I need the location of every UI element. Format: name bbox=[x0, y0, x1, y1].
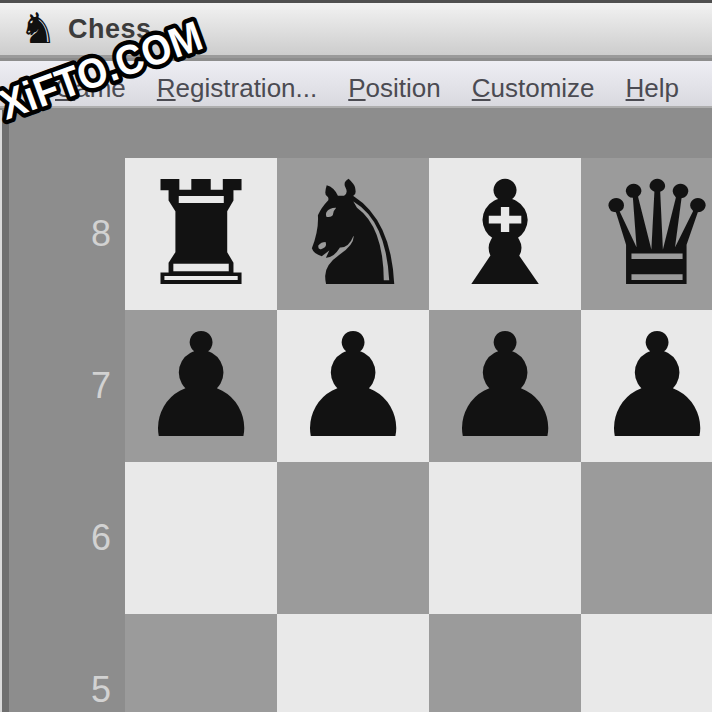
black-pawn-a7[interactable]: ♟ bbox=[136, 310, 265, 462]
window-border bbox=[2, 110, 9, 712]
square-b8[interactable]: ♞ bbox=[277, 158, 429, 310]
square-b5[interactable] bbox=[277, 614, 429, 712]
square-b7[interactable]: ♟ bbox=[277, 310, 429, 462]
menu-item-registration[interactable]: Registration... bbox=[157, 73, 317, 104]
rank-labels: 8765 bbox=[9, 158, 111, 712]
menu-item-position[interactable]: Position bbox=[348, 73, 441, 104]
board-viewport: ♜♞♝♛♟♟♟♟ bbox=[125, 158, 712, 712]
application-window: ♞ Chess GameRegistration...PositionCusto… bbox=[0, 0, 712, 712]
rank-label-7: 7 bbox=[9, 310, 111, 462]
square-c6[interactable] bbox=[429, 462, 581, 614]
square-d7[interactable]: ♟ bbox=[581, 310, 712, 462]
chess-board: ♜♞♝♛♟♟♟♟ bbox=[125, 158, 712, 712]
black-pawn-c7[interactable]: ♟ bbox=[440, 310, 569, 462]
square-d8[interactable]: ♛ bbox=[581, 158, 712, 310]
black-bishop-c8[interactable]: ♝ bbox=[440, 158, 569, 310]
rank-label-5: 5 bbox=[9, 614, 111, 712]
chess-app-icon: ♞ bbox=[16, 4, 60, 54]
square-c5[interactable] bbox=[429, 614, 581, 712]
rank-label-6: 6 bbox=[9, 462, 111, 614]
square-c8[interactable]: ♝ bbox=[429, 158, 581, 310]
window-title: Chess bbox=[68, 14, 152, 45]
menu-item-customize[interactable]: Customize bbox=[472, 73, 595, 104]
square-c7[interactable]: ♟ bbox=[429, 310, 581, 462]
menu-bar: GameRegistration...PositionCustomizeHelp bbox=[0, 61, 712, 108]
square-b6[interactable] bbox=[277, 462, 429, 614]
square-d6[interactable] bbox=[581, 462, 712, 614]
rank-label-8: 8 bbox=[9, 158, 111, 310]
square-a5[interactable] bbox=[125, 614, 277, 712]
black-rook-a8[interactable]: ♜ bbox=[136, 158, 265, 310]
menu-item-game[interactable]: Game bbox=[55, 73, 126, 104]
black-knight-b8[interactable]: ♞ bbox=[288, 158, 417, 310]
menu-item-help[interactable]: Help bbox=[626, 73, 679, 104]
square-a8[interactable]: ♜ bbox=[125, 158, 277, 310]
board-area: 8765 ♜♞♝♛♟♟♟♟ bbox=[0, 110, 712, 712]
title-bar[interactable]: ♞ Chess bbox=[0, 0, 712, 58]
square-d5[interactable] bbox=[581, 614, 712, 712]
black-queen-d8[interactable]: ♛ bbox=[592, 158, 712, 310]
square-a6[interactable] bbox=[125, 462, 277, 614]
black-pawn-d7[interactable]: ♟ bbox=[592, 310, 712, 462]
black-pawn-b7[interactable]: ♟ bbox=[288, 310, 417, 462]
square-a7[interactable]: ♟ bbox=[125, 310, 277, 462]
